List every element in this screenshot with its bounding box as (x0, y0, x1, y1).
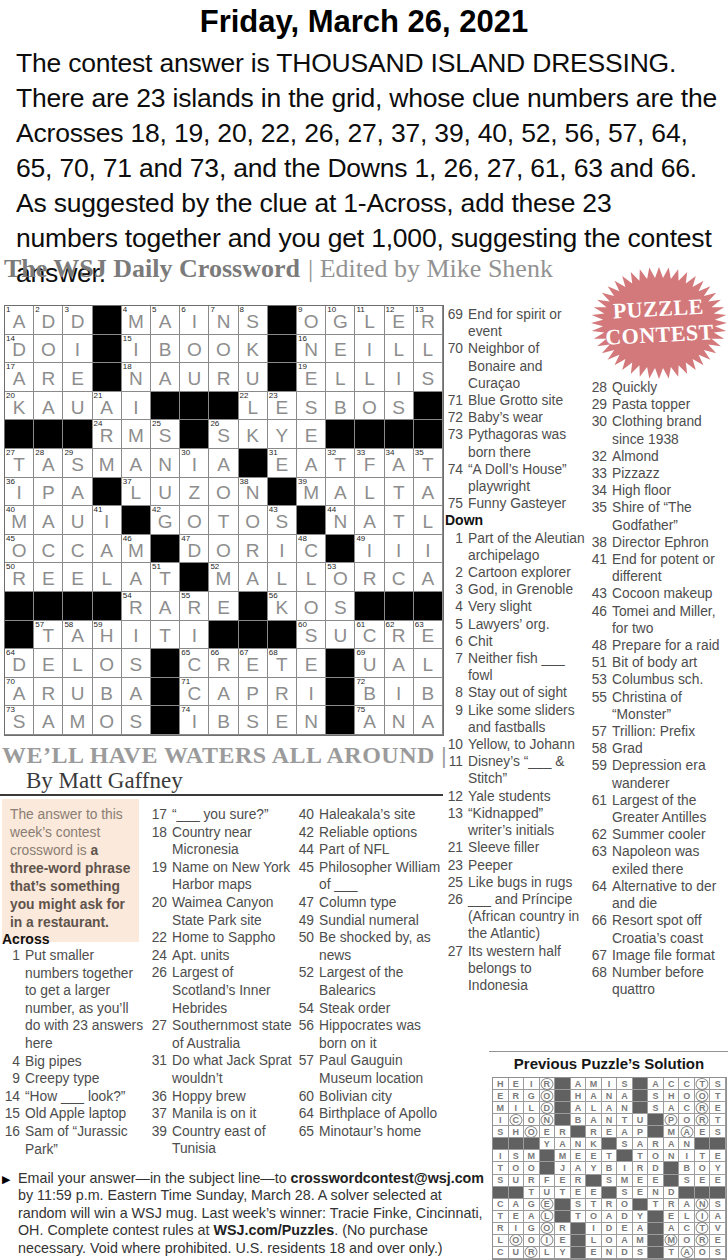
block-cell (34, 592, 63, 621)
grid-cell: N (297, 706, 326, 735)
block-cell (355, 420, 384, 449)
cell-letter: S (297, 625, 325, 649)
mini-cell-letter: T (575, 1211, 581, 1221)
cell-letter: I (122, 625, 150, 649)
cell-letter: O (34, 339, 62, 363)
cell-letter: A (93, 396, 121, 420)
clue-number: 32 (589, 448, 612, 465)
clue-number: 8 (445, 684, 468, 701)
clue-text: Lawyers’ org. (468, 616, 586, 633)
mini-cell-letter: S (684, 1175, 690, 1185)
mini-cell-letter: N (668, 1151, 675, 1161)
grid-cell: A (93, 535, 122, 564)
grid-cell: I (414, 535, 443, 564)
clue-text: Hoppy brew (172, 1088, 295, 1106)
grid-cell: I (385, 363, 414, 392)
cell-letter: A (93, 539, 121, 563)
mini-cell-letter: H (575, 1091, 582, 1101)
cell-letter: I (180, 710, 208, 734)
cell-letter: L (385, 339, 413, 363)
clue-item: 1Put smaller numbers together to get a l… (2, 947, 147, 1053)
mini-cell-letter: A (683, 1127, 690, 1137)
clue-item: 47Column type (296, 894, 442, 912)
clue-text: Cocoon makeup (612, 585, 728, 602)
clue-item: 33Pizzazz (589, 465, 728, 482)
cell-letter: R (180, 596, 208, 620)
mini-cell-letter: H (497, 1079, 504, 1089)
grid-cell: 42G (151, 506, 180, 535)
cell-letter: L (239, 396, 267, 420)
mini-cell-letter: S (653, 1103, 659, 1113)
block-cell (93, 478, 122, 507)
clue-item: 61Largest of the Greater Antilles (589, 792, 728, 826)
mini-grid-cell: L (540, 1211, 556, 1223)
mini-grid-cell: C (493, 1199, 509, 1211)
block-cell (297, 506, 326, 535)
clue-item: 25Like bugs in rugs (445, 874, 586, 891)
mini-grid-cell: S (648, 1090, 664, 1102)
clue-item: 17“___ you sure?” (149, 806, 295, 824)
clue-text: Trillion: Prefix (612, 723, 728, 740)
mini-cell-letter: A (513, 1199, 520, 1209)
mini-cell-letter: T (498, 1211, 504, 1221)
mini-cell-letter: O (528, 1115, 535, 1125)
block-cell (326, 535, 355, 564)
cell-letter: C (297, 539, 325, 563)
clue-number: 34 (589, 482, 612, 499)
grid-cell: A (414, 563, 443, 592)
mini-cell-letter: U (544, 1187, 551, 1197)
mini-cell-letter: S (637, 1247, 643, 1257)
mini-grid-cell: Y (633, 1211, 649, 1223)
clue-number: 17 (149, 806, 172, 824)
cell-letter: T (268, 653, 296, 677)
mini-grid-cell: O (648, 1150, 664, 1162)
cell-letter: S (385, 396, 413, 420)
mini-cell-letter: E (715, 1235, 721, 1245)
grid-cell: B (209, 706, 238, 735)
clue-item: 2Cartoon explorer (445, 564, 586, 581)
clue-item: 52Largest of the Balearics (296, 964, 442, 999)
mini-grid-cell: O (524, 1126, 540, 1138)
mini-block-cell (555, 1078, 571, 1090)
mini-cell-letter: A (621, 1127, 628, 1137)
clue-text: Peeper (468, 857, 586, 874)
mini-cell-letter: R (559, 1223, 566, 1233)
mini-grid-cell: S (710, 1199, 726, 1211)
mini-cell-letter: O (605, 1235, 612, 1245)
mini-grid-cell: U (633, 1114, 649, 1126)
cell-letter: I (180, 310, 208, 334)
mini-grid-cell: B (602, 1162, 618, 1174)
clue-number: 27 (445, 943, 468, 995)
grid-cell: 19E (297, 363, 326, 392)
mini-block-cell (571, 1247, 587, 1259)
clue-number: 63 (589, 843, 612, 877)
mini-grid-cell: S (571, 1199, 587, 1211)
grid-cell: 36I (5, 478, 34, 507)
grid-cell: 18N (122, 363, 151, 392)
clue-text: Hippocrates was born on it (319, 1017, 442, 1052)
clue-item: 14“How ___ look?” (2, 1088, 147, 1106)
cell-letter: U (355, 653, 383, 677)
grid-cell: 3D (63, 306, 92, 335)
mini-grid-cell: S (710, 1247, 726, 1259)
divider-rule-right (489, 1051, 728, 1052)
grid-cell: A (385, 649, 414, 678)
clue-text: Columbus sch. (612, 671, 728, 688)
page-title: Friday, March 26, 2021 (0, 4, 728, 40)
masthead: The WSJ Daily Crossword| Edited by Mike … (4, 254, 553, 284)
clue-text: Almond (612, 448, 728, 465)
cell-letter: A (5, 682, 33, 706)
mini-cell-letter: L (544, 1211, 550, 1221)
grid-cell: 22L (239, 392, 268, 421)
clue-item: 38Director Ephron (589, 534, 728, 551)
mini-grid-cell: B (571, 1114, 587, 1126)
grid-cell: U (180, 363, 209, 392)
grid-cell: L (268, 563, 297, 592)
mini-grid-cell: R (540, 1078, 556, 1090)
masthead-title: The WSJ Daily Crossword (4, 254, 300, 283)
clue-item: 58Grad (589, 740, 728, 757)
clue-number: 62 (589, 826, 612, 843)
clue-item: 23Peeper (445, 857, 586, 874)
grid-cell: 23E (268, 392, 297, 421)
mini-cell-letter: N (606, 1115, 613, 1125)
mini-cell-letter: O (683, 1115, 690, 1125)
mini-cell-letter: U (637, 1115, 644, 1125)
clue-text: Largest of the Balearics (319, 964, 442, 999)
clue-text: “How ___ look?” (25, 1088, 147, 1106)
grid-cell: L (414, 649, 443, 678)
grid-cell: A (122, 563, 151, 592)
clue-number: 1 (445, 530, 468, 564)
grid-cell: M (122, 420, 151, 449)
mini-cell-letter: G (528, 1223, 535, 1233)
cell-letter: S (239, 310, 267, 334)
block-cell (239, 592, 268, 621)
mini-cell-letter: S (497, 1175, 503, 1185)
block-cell (385, 420, 414, 449)
clue-number: 15 (2, 1105, 25, 1123)
grid-cell: U (63, 506, 92, 535)
clue-item: 15Old Apple laptop (2, 1105, 147, 1123)
mini-grid-cell: E (586, 1150, 602, 1162)
mini-block-cell (648, 1235, 664, 1247)
clue-number: 75 (445, 495, 468, 512)
mini-block-cell (679, 1187, 695, 1199)
mini-block-cell (555, 1090, 571, 1102)
mini-grid-cell: R (602, 1199, 618, 1211)
grid-cell: 32T (326, 449, 355, 478)
clue-item: 1Part of the Aleutian archipelago (445, 530, 586, 564)
mini-grid-cell: C (679, 1102, 695, 1114)
mini-cell-letter: C (683, 1103, 690, 1113)
mini-block-cell (664, 1175, 680, 1187)
mini-grid-cell: E (540, 1199, 556, 1211)
mini-grid-cell: A (664, 1102, 680, 1114)
grid-cell: I (385, 535, 414, 564)
mini-cell-letter: S (715, 1199, 721, 1209)
mini-grid-cell: R (633, 1162, 649, 1174)
contest-instructions: ▶ Email your answer—in the subject line—… (2, 1170, 492, 1257)
grid-cell: E (268, 706, 297, 735)
mini-cell-letter: D (652, 1163, 659, 1173)
cell-letter: I (385, 367, 413, 391)
clue-text: Blue Grotto site (468, 392, 586, 409)
mini-grid-cell: A (679, 1247, 695, 1259)
mini-cell-letter: I (685, 1151, 688, 1161)
grid-cell: 20K (5, 392, 34, 421)
mini-cell-letter: R (528, 1175, 535, 1185)
mini-grid-cell: S (617, 1138, 633, 1150)
grid-cell: O (209, 335, 238, 364)
cell-letter: D (180, 539, 208, 563)
block-cell (151, 706, 180, 735)
cell-letter: E (297, 424, 325, 448)
mini-grid-cell: L (586, 1235, 602, 1247)
clue-text: Do what Jack Sprat wouldn’t (172, 1052, 295, 1087)
mini-grid-cell: H (509, 1126, 525, 1138)
mini-grid-cell: E (493, 1090, 509, 1102)
clue-text: Paul Gauguin Museum location (319, 1052, 442, 1087)
mini-cell-letter: H (668, 1091, 675, 1101)
mini-grid-cell: E (509, 1078, 525, 1090)
mini-grid-cell: A (617, 1126, 633, 1138)
mini-cell-letter: A (668, 1103, 675, 1113)
mini-cell-letter: A (590, 1091, 597, 1101)
clue-item: 54Steak order (296, 1000, 442, 1018)
clue-item: 27Its western half belongs to Indonesia (445, 943, 586, 995)
mini-grid-cell: L (540, 1247, 556, 1259)
clue-item: 72Baby’s wear (445, 409, 586, 426)
clue-text: Part of the Aleutian archipelago (468, 530, 586, 564)
mini-grid-cell: R (571, 1175, 587, 1187)
grid-cell: 51T (151, 563, 180, 592)
cell-letter: A (209, 682, 237, 706)
cell-letter: S (63, 453, 91, 477)
cell-letter: E (239, 653, 267, 677)
clue-text: Clothing brand since 1938 (612, 413, 728, 447)
block-cell (180, 420, 209, 449)
grid-cell: O (93, 649, 122, 678)
cell-letter: P (34, 482, 62, 506)
grid-cell: 74I (180, 706, 209, 735)
clue-number: 54 (296, 1000, 319, 1018)
clue-text: Yellow, to Johann (468, 736, 586, 753)
clue-column-across-3: 40Haleakala’s site42Reliable options44Pa… (296, 806, 442, 1140)
grid-cell: N (151, 449, 180, 478)
grid-cell: B (414, 678, 443, 707)
cell-letter: E (268, 453, 296, 477)
cell-letter: I (268, 539, 296, 563)
mini-cell-letter: O (683, 1235, 690, 1245)
grid-cell: 49I (355, 535, 384, 564)
cell-letter: L (63, 653, 91, 677)
grid-cell: L (414, 506, 443, 535)
mini-cell-letter: E (497, 1091, 503, 1101)
cell-letter: N (151, 453, 179, 477)
grid-cell: L (414, 335, 443, 364)
grid-cell: I (355, 335, 384, 364)
cell-letter: M (297, 482, 325, 506)
mini-grid-cell: E (540, 1126, 556, 1138)
cell-letter: A (151, 367, 179, 391)
grid-cell: B (326, 392, 355, 421)
mini-grid-cell: E (633, 1175, 649, 1187)
grid-cell: 30I (180, 449, 209, 478)
mini-block-cell (555, 1102, 571, 1114)
cell-letter: I (385, 539, 413, 563)
mini-cell-letter: E (653, 1175, 659, 1185)
clue-item: 34High floor (589, 482, 728, 499)
mini-block-cell (509, 1138, 525, 1150)
grid-cell: I (268, 535, 297, 564)
grid-cell: 28A (34, 449, 63, 478)
mini-cell-letter: R (513, 1091, 520, 1101)
mini-grid-cell: A (571, 1078, 587, 1090)
grid-cell: 61C (355, 621, 384, 650)
cell-letter: I (297, 682, 325, 706)
mini-cell-letter: E (590, 1247, 596, 1257)
mini-cell-letter: T (622, 1115, 628, 1125)
mini-block-cell (493, 1138, 509, 1150)
mini-grid-cell: S (617, 1078, 633, 1090)
mini-grid-cell: H (571, 1090, 587, 1102)
mini-cell-letter: T (591, 1199, 597, 1209)
cell-letter: U (180, 367, 208, 391)
mini-grid-cell: D (648, 1162, 664, 1174)
clue-text: Bit of body art (612, 654, 728, 671)
mini-cell-letter: I (530, 1079, 533, 1089)
clue-item: 44Part of NFL (296, 841, 442, 859)
mini-block-cell (633, 1078, 649, 1090)
mini-cell-letter: T (668, 1247, 674, 1257)
mini-grid-cell: M (555, 1150, 571, 1162)
grid-cell: A (326, 478, 355, 507)
mini-cell-letter: N (606, 1091, 613, 1101)
mini-grid-cell: E (648, 1175, 664, 1187)
clue-number: 28 (589, 379, 612, 396)
grid-cell: Y (268, 420, 297, 449)
grid-cell: E (297, 420, 326, 449)
cell-letter: N (122, 367, 150, 391)
mini-grid-cell: C (509, 1114, 525, 1126)
grid-cell: 37L (122, 478, 151, 507)
grid-cell: 65C (180, 649, 209, 678)
mini-cell-letter: A (590, 1115, 597, 1125)
block-cell (151, 678, 180, 707)
mini-block-cell (555, 1199, 571, 1211)
cell-letter: L (414, 510, 442, 534)
mini-grid-cell: S (509, 1150, 525, 1162)
clue-text: Country near Micronesia (172, 824, 295, 859)
clue-number: 35 (589, 499, 612, 533)
grid-cell: A (209, 678, 238, 707)
mini-grid-cell: H (493, 1078, 509, 1090)
mini-grid-cell: A (571, 1102, 587, 1114)
grid-cell: A (34, 506, 63, 535)
mini-cell-letter: A (528, 1211, 535, 1221)
mini-grid-cell: E (509, 1211, 525, 1223)
clue-item: 6Chit (445, 633, 586, 650)
cell-letter: C (180, 682, 208, 706)
grid-cell: I (297, 678, 326, 707)
mini-grid-cell: T (695, 1223, 711, 1235)
mini-cell-letter: R (699, 1103, 706, 1113)
clue-text: Big pipes (25, 1053, 147, 1071)
clue-text: Bolivian city (319, 1088, 442, 1106)
grid-cell: L (326, 363, 355, 392)
grid-cell: 62R (385, 621, 414, 650)
mini-grid-cell: A (524, 1211, 540, 1223)
cell-letter: A (326, 482, 354, 506)
clue-item: 64Alternative to der and die (589, 878, 728, 912)
clue-text: “A Doll’s House” playwright (468, 461, 586, 495)
mini-grid-cell: A (648, 1078, 664, 1090)
clue-item: 29Pasta topper (589, 396, 728, 413)
grid-cell: O (239, 506, 268, 535)
clue-number: 6 (445, 633, 468, 650)
cell-letter: Z (180, 482, 208, 506)
mini-block-cell (695, 1187, 711, 1199)
clue-number: 52 (296, 964, 319, 999)
mini-grid-cell: S (679, 1175, 695, 1187)
cell-letter: B (414, 682, 442, 706)
grid-cell: 35T (414, 449, 443, 478)
clue-number: 20 (149, 894, 172, 929)
clue-number: 51 (589, 654, 612, 671)
mini-grid-cell: G (524, 1199, 540, 1211)
mini-grid-cell: P (664, 1114, 680, 1126)
grid-cell: O (355, 392, 384, 421)
mini-cell-letter: M (528, 1151, 536, 1161)
grid-cell: E (63, 363, 92, 392)
cell-letter: E (34, 653, 62, 677)
grid-cell: E (297, 649, 326, 678)
mini-grid-cell: E (710, 1102, 726, 1114)
grid-cell: 41I (93, 506, 122, 535)
grid-cell: 71C (180, 678, 209, 707)
clue-item: 75Funny Gasteyer (445, 495, 586, 512)
mini-grid-cell: E (633, 1187, 649, 1199)
clue-text: Birthplace of Apollo (319, 1105, 442, 1123)
grid-cell: 39M (297, 478, 326, 507)
mini-cell-letter: E (637, 1175, 643, 1185)
grid-cell: A (209, 449, 238, 478)
cell-letter: L (355, 310, 383, 334)
mini-block-cell (648, 1211, 664, 1223)
cell-letter: L (355, 482, 383, 506)
clue-item: 4Very slight (445, 598, 586, 615)
contest-link[interactable]: WSJ.com/Puzzles (213, 1222, 334, 1238)
grid-cell: M (63, 706, 92, 735)
grid-cell: K (239, 335, 268, 364)
cell-letter: R (414, 310, 442, 334)
contest-link[interactable]: crosswordcontest@wsj.com (291, 1170, 485, 1186)
grid-cell: 59H (93, 621, 122, 650)
grid-cell: 33F (355, 449, 384, 478)
mini-block-cell (602, 1187, 618, 1199)
clue-text: Old Apple laptop (25, 1105, 147, 1123)
clue-text: Cartoon explorer (468, 564, 586, 581)
clue-number: 74 (445, 461, 468, 495)
mini-block-cell (571, 1126, 587, 1138)
mini-cell-letter: C (497, 1247, 504, 1257)
mini-grid-cell: M (664, 1235, 680, 1247)
mini-cell-letter: T (606, 1151, 612, 1161)
